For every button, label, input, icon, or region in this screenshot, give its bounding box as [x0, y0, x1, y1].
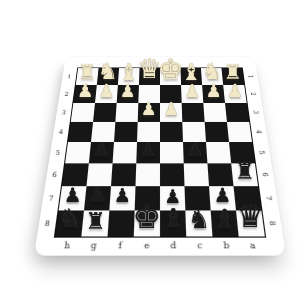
black-pawn[interactable]: ♟ — [114, 187, 131, 206]
white-pawn[interactable]: ♟ — [77, 82, 93, 100]
black-rook[interactable]: ♜ — [85, 209, 106, 232]
white-pawn[interactable]: ♟ — [163, 101, 179, 119]
black-pawn[interactable]: ♟ — [140, 141, 156, 159]
black-pawn[interactable]: ♟ — [187, 141, 204, 160]
black-rook[interactable]: ♜ — [234, 160, 254, 183]
black-knight[interactable]: ♞ — [188, 207, 210, 232]
black-pawn[interactable]: ♟ — [89, 186, 106, 206]
black-bishop[interactable]: ♝ — [162, 206, 185, 232]
white-pawn[interactable]: ♟ — [184, 82, 200, 100]
black-king[interactable]: ♚ — [133, 201, 162, 233]
white-pawn[interactable]: ♟ — [141, 101, 157, 119]
photo-stage: hgfedcba 12345678 12345678 ♜♞♝♛♚♝♞♜♟♟♟♟♟… — [0, 0, 300, 300]
white-pawn[interactable]: ♟ — [227, 82, 243, 100]
black-queen[interactable]: ♛ — [236, 201, 264, 232]
black-knight[interactable]: ♞ — [58, 206, 81, 232]
pieces-layer: ♜♞♝♛♚♝♞♜♟♟♟♟♟♟♟♟♟♟♟♜♟♟♟♟♟♞♜♚♝♞♝♛ — [0, 0, 300, 300]
black-bishop[interactable]: ♝ — [213, 206, 237, 233]
white-pawn[interactable]: ♟ — [120, 82, 136, 100]
white-king[interactable]: ♚ — [158, 54, 184, 83]
white-pawn[interactable]: ♟ — [206, 82, 222, 100]
white-pawn[interactable]: ♟ — [98, 82, 114, 100]
black-pawn[interactable]: ♟ — [93, 141, 110, 160]
